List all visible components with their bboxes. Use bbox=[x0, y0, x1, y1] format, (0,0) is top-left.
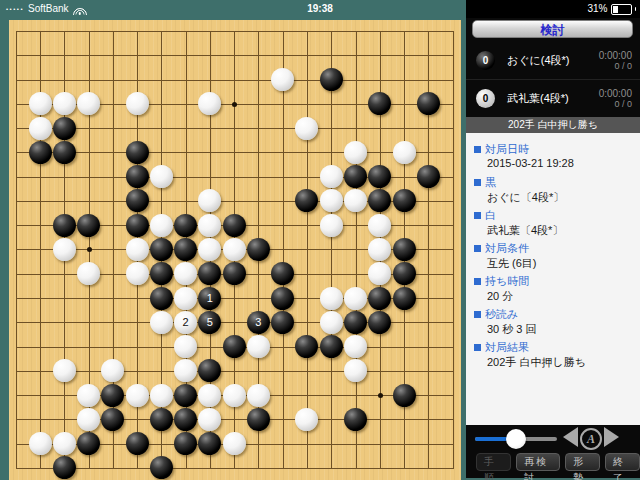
white-stone[interactable] bbox=[320, 189, 343, 212]
black-stone[interactable] bbox=[126, 189, 149, 212]
black-stone[interactable] bbox=[150, 408, 173, 431]
player-row: 0武礼葉(4段*)0:00:000 / 0 bbox=[466, 80, 640, 117]
black-stone[interactable] bbox=[417, 92, 440, 115]
bullet-icon bbox=[474, 311, 481, 318]
black-stone[interactable] bbox=[77, 432, 100, 455]
black-stone[interactable] bbox=[271, 262, 294, 285]
black-stone[interactable] bbox=[247, 408, 270, 431]
white-stone[interactable] bbox=[53, 359, 76, 382]
white-stone[interactable] bbox=[174, 335, 197, 358]
black-stone[interactable] bbox=[393, 189, 416, 212]
white-stone[interactable] bbox=[223, 432, 246, 455]
white-stone[interactable] bbox=[77, 262, 100, 285]
info-value: 武礼葉〔4段*〕 bbox=[487, 223, 640, 236]
white-stone[interactable] bbox=[126, 92, 149, 115]
white-stone[interactable] bbox=[223, 384, 246, 407]
battery-percent-label: 31% bbox=[587, 0, 607, 18]
bullet-icon bbox=[474, 245, 481, 252]
black-stone[interactable] bbox=[368, 287, 391, 310]
action-button-手順[interactable]: 手順 bbox=[476, 453, 511, 471]
info-label: 白 bbox=[474, 209, 640, 222]
auto-play-button[interactable]: A bbox=[580, 428, 602, 450]
next-move-button[interactable] bbox=[604, 427, 619, 447]
white-stone[interactable] bbox=[101, 359, 124, 382]
white-stone[interactable]: 2 bbox=[174, 311, 197, 334]
info-value: 30 秒 3 回 bbox=[487, 322, 640, 335]
white-stone[interactable] bbox=[198, 384, 221, 407]
black-stone[interactable] bbox=[77, 214, 100, 237]
info-value: 202手 白中押し勝ち bbox=[487, 355, 640, 368]
black-stone[interactable] bbox=[198, 359, 221, 382]
player-name: おぐに(4段*) bbox=[507, 53, 599, 68]
info-label: 持ち時間 bbox=[474, 275, 640, 288]
white-stone[interactable] bbox=[368, 214, 391, 237]
info-item: 対局日時2015-03-21 19:28 bbox=[474, 143, 640, 170]
player-clocks: 0おぐに(4段*)0:00:000 / 00武礼葉(4段*)0:00:000 /… bbox=[466, 42, 640, 117]
black-stone[interactable] bbox=[295, 189, 318, 212]
black-stone[interactable] bbox=[150, 238, 173, 261]
player-row: 0おぐに(4段*)0:00:000 / 0 bbox=[466, 42, 640, 80]
black-stone[interactable] bbox=[101, 408, 124, 431]
white-stone[interactable] bbox=[295, 408, 318, 431]
white-stone[interactable] bbox=[344, 287, 367, 310]
black-stone[interactable] bbox=[53, 214, 76, 237]
white-stone[interactable] bbox=[53, 238, 76, 261]
bottom-button-row: 手順再検討形勢終了 bbox=[466, 453, 640, 471]
info-label: 秒読み bbox=[474, 308, 640, 321]
go-board[interactable]: 1253 bbox=[9, 20, 461, 480]
bullet-icon bbox=[474, 278, 481, 285]
black-stone[interactable] bbox=[174, 214, 197, 237]
white-stone[interactable] bbox=[150, 311, 173, 334]
move-slider-thumb[interactable] bbox=[506, 429, 526, 449]
black-stone[interactable] bbox=[417, 165, 440, 188]
black-stone[interactable] bbox=[271, 311, 294, 334]
review-button[interactable]: 検討 bbox=[472, 20, 633, 38]
white-stone[interactable] bbox=[344, 335, 367, 358]
info-item: 持ち時間20 分 bbox=[474, 275, 640, 302]
player-periods: 0 / 0 bbox=[599, 99, 632, 109]
grid-line bbox=[356, 31, 357, 469]
sidebar: 検討 0おぐに(4段*)0:00:000 / 00武礼葉(4段*)0:00:00… bbox=[466, 18, 640, 478]
white-stone[interactable] bbox=[29, 432, 52, 455]
black-stone[interactable] bbox=[174, 432, 197, 455]
info-item: 対局条件互先 (6目) bbox=[474, 242, 640, 269]
black-stone[interactable] bbox=[174, 384, 197, 407]
black-stone[interactable] bbox=[126, 214, 149, 237]
black-stone[interactable] bbox=[126, 432, 149, 455]
white-stone[interactable] bbox=[368, 238, 391, 261]
black-stone[interactable]: 5 bbox=[198, 311, 221, 334]
game-info-panel: 対局日時2015-03-21 19:28黒おぐに〔4段*〕白武礼葉〔4段*〕対局… bbox=[466, 133, 640, 425]
black-stone[interactable] bbox=[320, 335, 343, 358]
status-bar-left: ••••• SoftBank bbox=[0, 0, 466, 18]
black-stone[interactable] bbox=[198, 262, 221, 285]
move-number-label: 2 bbox=[183, 317, 189, 328]
black-stone[interactable] bbox=[223, 214, 246, 237]
action-button-形勢[interactable]: 形勢 bbox=[565, 453, 600, 471]
white-stone[interactable] bbox=[53, 92, 76, 115]
black-stone[interactable] bbox=[368, 165, 391, 188]
white-stone[interactable] bbox=[174, 262, 197, 285]
action-button-再検討[interactable]: 再検討 bbox=[516, 453, 560, 471]
status-bar: ••••• SoftBank 31% 19:38 bbox=[0, 0, 640, 18]
status-bar-right: 31% bbox=[466, 0, 640, 18]
white-stone[interactable] bbox=[77, 92, 100, 115]
info-label: 対局日時 bbox=[474, 143, 640, 156]
black-stone[interactable] bbox=[53, 117, 76, 140]
white-stone[interactable] bbox=[198, 189, 221, 212]
white-stone[interactable] bbox=[320, 165, 343, 188]
white-stone[interactable] bbox=[77, 408, 100, 431]
star-point bbox=[378, 393, 383, 398]
black-stone[interactable] bbox=[150, 456, 173, 479]
black-stone[interactable] bbox=[247, 238, 270, 261]
info-item: 対局結果202手 白中押し勝ち bbox=[474, 341, 640, 368]
info-value: 20 分 bbox=[487, 289, 640, 302]
white-stone[interactable] bbox=[77, 384, 100, 407]
info-item: 秒読み30 秒 3 回 bbox=[474, 308, 640, 335]
move-slider[interactable] bbox=[475, 437, 557, 441]
black-stone[interactable] bbox=[368, 311, 391, 334]
white-stone[interactable] bbox=[223, 238, 246, 261]
bullet-icon bbox=[474, 179, 481, 186]
grid-line bbox=[283, 31, 284, 469]
white-stone[interactable] bbox=[174, 359, 197, 382]
white-stone[interactable] bbox=[53, 432, 76, 455]
white-stone[interactable] bbox=[368, 262, 391, 285]
grid-line bbox=[307, 31, 308, 469]
star-point bbox=[232, 102, 237, 107]
black-stone[interactable]: 1 bbox=[198, 287, 221, 310]
white-stone[interactable] bbox=[29, 92, 52, 115]
info-value: 2015-03-21 19:28 bbox=[487, 157, 640, 170]
black-stone[interactable] bbox=[53, 141, 76, 164]
black-stone[interactable] bbox=[271, 287, 294, 310]
white-stone[interactable] bbox=[320, 287, 343, 310]
white-stone[interactable] bbox=[198, 214, 221, 237]
black-capture-stone-icon: 0 bbox=[476, 51, 495, 70]
white-stone[interactable] bbox=[344, 141, 367, 164]
player-clock: 0:00:00 bbox=[599, 88, 632, 99]
black-stone[interactable] bbox=[150, 262, 173, 285]
black-stone[interactable] bbox=[368, 189, 391, 212]
wifi-icon bbox=[73, 4, 87, 15]
black-stone[interactable] bbox=[198, 432, 221, 455]
info-value: おぐに〔4段*〕 bbox=[487, 190, 640, 203]
black-stone[interactable] bbox=[126, 141, 149, 164]
white-stone[interactable] bbox=[198, 238, 221, 261]
grid-line bbox=[331, 31, 332, 469]
black-stone[interactable] bbox=[393, 238, 416, 261]
black-stone[interactable] bbox=[53, 456, 76, 479]
star-point bbox=[87, 247, 92, 252]
black-stone[interactable] bbox=[393, 262, 416, 285]
black-stone[interactable] bbox=[174, 408, 197, 431]
black-stone[interactable] bbox=[223, 335, 246, 358]
white-stone[interactable] bbox=[126, 262, 149, 285]
white-stone[interactable] bbox=[247, 335, 270, 358]
black-stone[interactable] bbox=[344, 311, 367, 334]
move-number-label: 3 bbox=[255, 317, 261, 328]
white-stone[interactable] bbox=[29, 117, 52, 140]
white-stone[interactable] bbox=[126, 238, 149, 261]
player-name: 武礼葉(4段*) bbox=[507, 91, 599, 106]
white-stone[interactable] bbox=[174, 287, 197, 310]
white-stone[interactable] bbox=[150, 165, 173, 188]
info-value: 互先 (6目) bbox=[487, 256, 640, 269]
white-stone[interactable] bbox=[295, 117, 318, 140]
bullet-icon bbox=[474, 146, 481, 153]
white-stone[interactable] bbox=[271, 68, 294, 91]
white-stone[interactable] bbox=[320, 214, 343, 237]
battery-icon bbox=[611, 4, 632, 15]
white-stone[interactable] bbox=[126, 384, 149, 407]
bullet-icon bbox=[474, 212, 481, 219]
carrier-label: SoftBank bbox=[28, 0, 69, 18]
prev-move-button[interactable] bbox=[563, 427, 578, 447]
result-bar: 202手 白中押し勝ち bbox=[466, 117, 640, 133]
white-capture-stone-icon: 0 bbox=[476, 89, 495, 108]
black-stone[interactable] bbox=[101, 384, 124, 407]
black-stone[interactable] bbox=[320, 68, 343, 91]
black-stone[interactable] bbox=[29, 141, 52, 164]
white-stone[interactable] bbox=[320, 311, 343, 334]
signal-strength-icon: ••••• bbox=[6, 0, 24, 18]
white-stone[interactable] bbox=[150, 214, 173, 237]
white-stone[interactable] bbox=[344, 189, 367, 212]
info-label: 黒 bbox=[474, 176, 640, 189]
white-stone[interactable] bbox=[393, 141, 416, 164]
black-stone[interactable] bbox=[223, 262, 246, 285]
white-stone[interactable] bbox=[198, 92, 221, 115]
white-stone[interactable] bbox=[198, 408, 221, 431]
grid-line bbox=[453, 31, 454, 469]
info-item: 黒おぐに〔4段*〕 bbox=[474, 176, 640, 203]
review-band: 検討 bbox=[466, 18, 640, 42]
action-button-終了[interactable]: 終了 bbox=[605, 453, 640, 471]
white-stone[interactable] bbox=[150, 384, 173, 407]
grid-line bbox=[16, 468, 454, 469]
black-stone[interactable] bbox=[150, 287, 173, 310]
black-stone[interactable] bbox=[295, 335, 318, 358]
playback-controls: A 手順再検討形勢終了 bbox=[466, 425, 640, 478]
black-stone[interactable] bbox=[174, 238, 197, 261]
grid-line bbox=[16, 371, 454, 372]
white-stone[interactable] bbox=[247, 384, 270, 407]
white-stone[interactable] bbox=[344, 359, 367, 382]
info-item: 白武礼葉〔4段*〕 bbox=[474, 209, 640, 236]
black-stone[interactable] bbox=[368, 92, 391, 115]
move-number-label: 5 bbox=[207, 317, 213, 328]
go-board-area: 1253 bbox=[0, 18, 466, 480]
black-stone[interactable] bbox=[393, 384, 416, 407]
black-stone[interactable] bbox=[344, 408, 367, 431]
info-label: 対局条件 bbox=[474, 242, 640, 255]
black-stone[interactable] bbox=[126, 165, 149, 188]
info-label: 対局結果 bbox=[474, 341, 640, 354]
bullet-icon bbox=[474, 344, 481, 351]
player-clock: 0:00:00 bbox=[599, 50, 632, 61]
move-number-label: 1 bbox=[207, 293, 213, 304]
black-stone[interactable]: 3 bbox=[247, 311, 270, 334]
black-stone[interactable] bbox=[344, 165, 367, 188]
player-periods: 0 / 0 bbox=[599, 61, 632, 71]
black-stone[interactable] bbox=[393, 287, 416, 310]
